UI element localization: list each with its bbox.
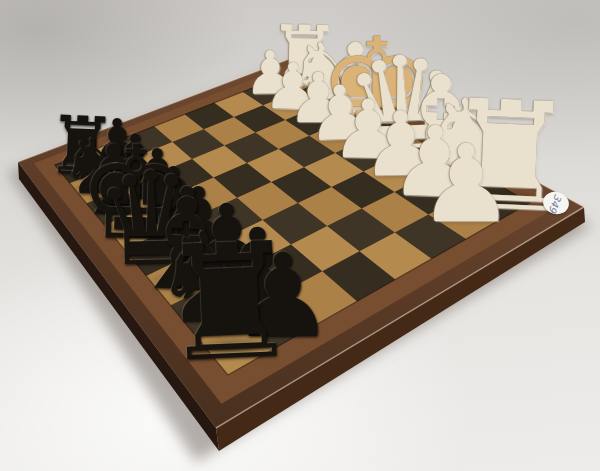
photo-backdrop: ♜♟♞♟♝♟♚♟♛♟♝♟♜♟♟♞♞♟♟♜♝♟♟♚♟♛♟♝♟♞♟♜ 349 xyxy=(0,0,600,471)
chessboard xyxy=(0,0,600,471)
lot-sticker-text: 349 xyxy=(547,192,564,214)
